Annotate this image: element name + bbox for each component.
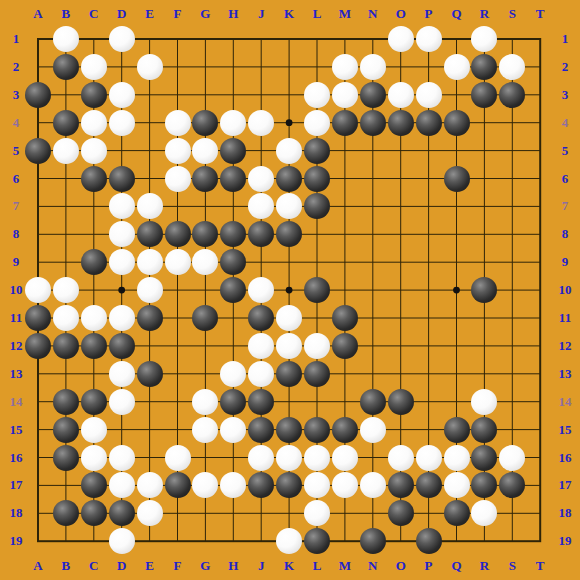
row-label-left-1: 1: [13, 31, 20, 47]
row-label-right-18: 18: [559, 505, 572, 521]
col-label-bottom-E: E: [145, 558, 154, 574]
stone-white-R14[interactable]: [471, 389, 497, 415]
stone-white-B11[interactable]: [53, 305, 79, 331]
stone-black-J11[interactable]: [248, 305, 274, 331]
stone-black-P4[interactable]: [416, 110, 442, 136]
stone-black-A3[interactable]: [25, 82, 51, 108]
stone-black-N4[interactable]: [360, 110, 386, 136]
col-label-bottom-O: O: [396, 558, 406, 574]
stone-black-K15[interactable]: [276, 417, 302, 443]
stone-white-K12[interactable]: [276, 333, 302, 359]
col-label-top-T: T: [536, 6, 545, 22]
col-label-top-D: D: [117, 6, 126, 22]
stone-black-A12[interactable]: [25, 333, 51, 359]
stone-black-E8[interactable]: [137, 221, 163, 247]
stone-black-R16[interactable]: [471, 445, 497, 471]
stone-white-A10[interactable]: [25, 277, 51, 303]
stone-white-C16[interactable]: [81, 445, 107, 471]
stone-white-H15[interactable]: [220, 417, 246, 443]
stone-white-D3[interactable]: [109, 82, 135, 108]
stone-black-B2[interactable]: [53, 54, 79, 80]
stone-black-F8[interactable]: [165, 221, 191, 247]
star-point-D10: [118, 287, 125, 294]
stone-black-L10[interactable]: [304, 277, 330, 303]
stone-white-F6[interactable]: [165, 166, 191, 192]
stone-black-N14[interactable]: [360, 389, 386, 415]
stone-black-J14[interactable]: [248, 389, 274, 415]
stone-white-M3[interactable]: [332, 82, 358, 108]
row-label-right-1: 1: [562, 31, 569, 47]
stone-black-E13[interactable]: [137, 361, 163, 387]
col-label-top-H: H: [228, 6, 238, 22]
stone-white-D4[interactable]: [109, 110, 135, 136]
stone-white-D17[interactable]: [109, 472, 135, 498]
stone-white-Q2[interactable]: [444, 54, 470, 80]
stone-white-D7[interactable]: [109, 193, 135, 219]
stone-black-C14[interactable]: [81, 389, 107, 415]
row-label-left-7: 7: [13, 198, 20, 214]
stone-black-K6[interactable]: [276, 166, 302, 192]
row-label-left-19: 19: [10, 533, 23, 549]
stone-white-D14[interactable]: [109, 389, 135, 415]
stone-white-F5[interactable]: [165, 138, 191, 164]
row-label-left-6: 6: [13, 171, 20, 187]
stone-white-L16[interactable]: [304, 445, 330, 471]
stone-white-J6[interactable]: [248, 166, 274, 192]
stone-white-J4[interactable]: [248, 110, 274, 136]
stone-white-C11[interactable]: [81, 305, 107, 331]
stone-black-A5[interactable]: [25, 138, 51, 164]
stone-white-K16[interactable]: [276, 445, 302, 471]
row-label-left-10: 10: [10, 282, 23, 298]
row-label-right-6: 6: [562, 171, 569, 187]
col-label-bottom-F: F: [174, 558, 182, 574]
stone-white-K11[interactable]: [276, 305, 302, 331]
stone-black-Q4[interactable]: [444, 110, 470, 136]
row-label-left-12: 12: [10, 338, 23, 354]
row-label-left-9: 9: [13, 254, 20, 270]
stone-black-B14[interactable]: [53, 389, 79, 415]
stone-black-H14[interactable]: [220, 389, 246, 415]
stone-white-E10[interactable]: [137, 277, 163, 303]
row-label-left-13: 13: [10, 366, 23, 382]
stone-white-H4[interactable]: [220, 110, 246, 136]
stone-white-L12[interactable]: [304, 333, 330, 359]
stone-black-L19[interactable]: [304, 528, 330, 554]
col-label-bottom-N: N: [368, 558, 377, 574]
col-label-top-C: C: [89, 6, 98, 22]
row-label-right-14: 14: [559, 394, 572, 410]
row-label-right-3: 3: [562, 87, 569, 103]
stone-white-J16[interactable]: [248, 445, 274, 471]
col-label-bottom-M: M: [339, 558, 351, 574]
stone-black-B15[interactable]: [53, 417, 79, 443]
stone-black-M11[interactable]: [332, 305, 358, 331]
stone-black-P19[interactable]: [416, 528, 442, 554]
stone-black-G6[interactable]: [192, 166, 218, 192]
stone-white-N15[interactable]: [360, 417, 386, 443]
row-label-right-11: 11: [559, 310, 571, 326]
stone-white-F16[interactable]: [165, 445, 191, 471]
stone-white-F4[interactable]: [165, 110, 191, 136]
star-point-Q10: [453, 287, 460, 294]
stone-black-N19[interactable]: [360, 528, 386, 554]
stone-black-M15[interactable]: [332, 417, 358, 443]
col-label-bottom-D: D: [117, 558, 126, 574]
row-label-left-11: 11: [10, 310, 22, 326]
row-label-left-15: 15: [10, 422, 23, 438]
stone-white-E9[interactable]: [137, 249, 163, 275]
stone-black-Q15[interactable]: [444, 417, 470, 443]
row-label-right-2: 2: [562, 59, 569, 75]
stone-black-R3[interactable]: [471, 82, 497, 108]
row-label-left-18: 18: [10, 505, 23, 521]
stone-white-J13[interactable]: [248, 361, 274, 387]
stone-black-Q6[interactable]: [444, 166, 470, 192]
stone-black-O17[interactable]: [388, 472, 414, 498]
stone-black-N3[interactable]: [360, 82, 386, 108]
col-label-top-A: A: [33, 6, 42, 22]
col-label-top-S: S: [509, 6, 516, 22]
row-label-right-16: 16: [559, 450, 572, 466]
row-label-right-5: 5: [562, 143, 569, 159]
row-label-right-12: 12: [559, 338, 572, 354]
col-label-bottom-G: G: [200, 558, 210, 574]
stone-black-B12[interactable]: [53, 333, 79, 359]
col-label-bottom-P: P: [425, 558, 433, 574]
stone-black-C6[interactable]: [81, 166, 107, 192]
stone-black-P17[interactable]: [416, 472, 442, 498]
row-label-right-9: 9: [562, 254, 569, 270]
col-label-top-B: B: [62, 6, 71, 22]
stone-white-O1[interactable]: [388, 26, 414, 52]
col-label-top-L: L: [313, 6, 322, 22]
stone-black-C18[interactable]: [81, 500, 107, 526]
stone-black-L5[interactable]: [304, 138, 330, 164]
stone-white-S16[interactable]: [499, 445, 525, 471]
stone-white-G5[interactable]: [192, 138, 218, 164]
stone-white-K5[interactable]: [276, 138, 302, 164]
stone-white-N2[interactable]: [360, 54, 386, 80]
col-label-top-J: J: [258, 6, 265, 22]
stone-white-P1[interactable]: [416, 26, 442, 52]
col-label-top-P: P: [425, 6, 433, 22]
stone-white-N17[interactable]: [360, 472, 386, 498]
col-label-bottom-T: T: [536, 558, 545, 574]
row-label-left-5: 5: [13, 143, 20, 159]
stone-black-O4[interactable]: [388, 110, 414, 136]
stone-white-E17[interactable]: [137, 472, 163, 498]
row-label-left-8: 8: [13, 226, 20, 242]
col-label-bottom-H: H: [228, 558, 238, 574]
stone-white-E2[interactable]: [137, 54, 163, 80]
stone-white-D19[interactable]: [109, 528, 135, 554]
stone-white-O16[interactable]: [388, 445, 414, 471]
go-board-screen: ABCDEFGHJKLMNOPQRST ABCDEFGHJKLMNOPQRST …: [0, 0, 580, 580]
star-point-K4: [286, 119, 293, 126]
col-label-bottom-K: K: [284, 558, 294, 574]
stone-white-B5[interactable]: [53, 138, 79, 164]
row-label-right-10: 10: [559, 282, 572, 298]
col-label-bottom-B: B: [62, 558, 71, 574]
stone-white-Q17[interactable]: [444, 472, 470, 498]
col-label-bottom-L: L: [313, 558, 322, 574]
stone-black-D12[interactable]: [109, 333, 135, 359]
row-label-right-17: 17: [559, 477, 572, 493]
stone-black-C3[interactable]: [81, 82, 107, 108]
col-label-top-K: K: [284, 6, 294, 22]
col-label-bottom-Q: Q: [451, 558, 461, 574]
stone-black-G4[interactable]: [192, 110, 218, 136]
stone-white-M2[interactable]: [332, 54, 358, 80]
stone-black-S3[interactable]: [499, 82, 525, 108]
stone-black-H6[interactable]: [220, 166, 246, 192]
stone-white-F9[interactable]: [165, 249, 191, 275]
col-label-top-G: G: [200, 6, 210, 22]
stone-black-C17[interactable]: [81, 472, 107, 498]
col-label-bottom-R: R: [480, 558, 489, 574]
stone-white-H13[interactable]: [220, 361, 246, 387]
stone-white-D16[interactable]: [109, 445, 135, 471]
stone-black-H5[interactable]: [220, 138, 246, 164]
col-label-top-M: M: [339, 6, 351, 22]
star-point-K10: [286, 287, 293, 294]
stone-white-D13[interactable]: [109, 361, 135, 387]
stone-black-O14[interactable]: [388, 389, 414, 415]
stone-white-B10[interactable]: [53, 277, 79, 303]
stone-black-M4[interactable]: [332, 110, 358, 136]
stone-black-B16[interactable]: [53, 445, 79, 471]
stone-black-D6[interactable]: [109, 166, 135, 192]
stone-white-L3[interactable]: [304, 82, 330, 108]
row-label-left-17: 17: [10, 477, 23, 493]
row-label-right-7: 7: [562, 198, 569, 214]
stone-white-D11[interactable]: [109, 305, 135, 331]
col-label-top-N: N: [368, 6, 377, 22]
stone-white-P3[interactable]: [416, 82, 442, 108]
col-label-top-R: R: [480, 6, 489, 22]
col-label-top-E: E: [145, 6, 154, 22]
stone-black-A11[interactable]: [25, 305, 51, 331]
stone-black-C12[interactable]: [81, 333, 107, 359]
col-label-bottom-J: J: [258, 558, 265, 574]
stone-black-F17[interactable]: [165, 472, 191, 498]
stone-white-M16[interactable]: [332, 445, 358, 471]
stone-white-L4[interactable]: [304, 110, 330, 136]
stone-black-B18[interactable]: [53, 500, 79, 526]
col-label-bottom-A: A: [33, 558, 42, 574]
row-label-right-15: 15: [559, 422, 572, 438]
stone-black-R15[interactable]: [471, 417, 497, 443]
stone-white-G14[interactable]: [192, 389, 218, 415]
stone-white-D1[interactable]: [109, 26, 135, 52]
row-label-right-4: 4: [562, 115, 569, 131]
stone-black-C9[interactable]: [81, 249, 107, 275]
col-label-bottom-S: S: [509, 558, 516, 574]
stone-white-Q16[interactable]: [444, 445, 470, 471]
stone-white-O3[interactable]: [388, 82, 414, 108]
stone-white-G15[interactable]: [192, 417, 218, 443]
stone-white-C5[interactable]: [81, 138, 107, 164]
row-label-left-4: 4: [13, 115, 20, 131]
stone-black-M12[interactable]: [332, 333, 358, 359]
row-label-left-3: 3: [13, 87, 20, 103]
stone-white-C15[interactable]: [81, 417, 107, 443]
stone-black-O18[interactable]: [388, 500, 414, 526]
stone-white-E7[interactable]: [137, 193, 163, 219]
stone-black-Q18[interactable]: [444, 500, 470, 526]
stone-white-P16[interactable]: [416, 445, 442, 471]
row-label-left-14: 14: [10, 394, 23, 410]
col-label-bottom-C: C: [89, 558, 98, 574]
stone-black-D18[interactable]: [109, 500, 135, 526]
col-label-top-O: O: [396, 6, 406, 22]
row-label-left-2: 2: [13, 59, 20, 75]
col-label-top-F: F: [174, 6, 182, 22]
row-label-right-8: 8: [562, 226, 569, 242]
stone-white-D9[interactable]: [109, 249, 135, 275]
stone-black-K13[interactable]: [276, 361, 302, 387]
stone-white-D8[interactable]: [109, 221, 135, 247]
stone-white-C2[interactable]: [81, 54, 107, 80]
stone-white-B1[interactable]: [53, 26, 79, 52]
stone-white-E18[interactable]: [137, 500, 163, 526]
stone-white-C4[interactable]: [81, 110, 107, 136]
stone-black-E11[interactable]: [137, 305, 163, 331]
stone-black-J15[interactable]: [248, 417, 274, 443]
col-label-top-Q: Q: [451, 6, 461, 22]
stone-white-S2[interactable]: [499, 54, 525, 80]
row-label-left-16: 16: [10, 450, 23, 466]
row-label-right-19: 19: [559, 533, 572, 549]
row-label-right-13: 13: [559, 366, 572, 382]
stone-black-L6[interactable]: [304, 166, 330, 192]
stone-white-J12[interactable]: [248, 333, 274, 359]
stone-black-B4[interactable]: [53, 110, 79, 136]
stone-black-L15[interactable]: [304, 417, 330, 443]
stone-black-L13[interactable]: [304, 361, 330, 387]
